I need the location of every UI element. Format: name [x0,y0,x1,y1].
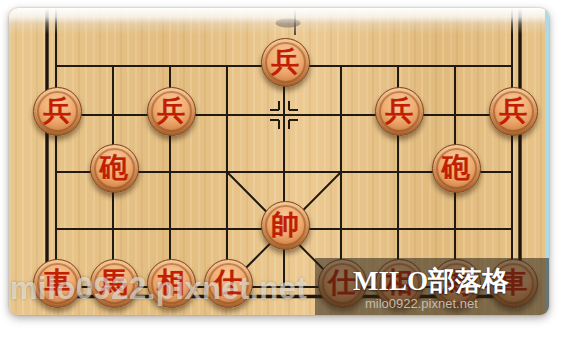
piece-character: 兵 [271,48,299,76]
watermark-box-subtitle: milo0922.pixnet.net [365,296,478,311]
piece-red-general-e2[interactable]: 帥 [261,201,310,250]
piece-red-soldier-i4[interactable]: 兵 [489,87,538,136]
watermark-box: MILO部落格 milo0922.pixnet.net [315,258,549,315]
piece-character: 砲 [442,154,470,182]
watermark-bottom-left: milo0922.pixnet.net [10,271,307,307]
piece-red-cannon-h3[interactable]: 砲 [432,144,481,193]
watermark-box-title: MILO部落格 [353,263,509,299]
piece-character: 兵 [499,97,527,125]
piece-red-soldier-a4[interactable]: 兵 [33,87,82,136]
piece-character: 兵 [43,97,71,125]
piece-character: 兵 [157,97,185,125]
piece-character: 兵 [385,97,413,125]
screenshot-page: { "game": "xiangqi (Chinese chess)", "vi… [0,0,573,340]
piece-red-soldier-e5[interactable]: 兵 [261,38,310,87]
cropped-piece-shadow [276,10,301,35]
xiangqi-board-window: 兵兵兵兵兵砲砲帥車馬相仕仕相馬車 MILO部落格 milo0922.pixnet… [9,8,549,315]
piece-character: 帥 [271,211,299,239]
piece-red-cannon-b3[interactable]: 砲 [90,144,139,193]
piece-red-soldier-c4[interactable]: 兵 [147,87,196,136]
piece-red-soldier-g4[interactable]: 兵 [375,87,424,136]
piece-character: 砲 [100,154,128,182]
